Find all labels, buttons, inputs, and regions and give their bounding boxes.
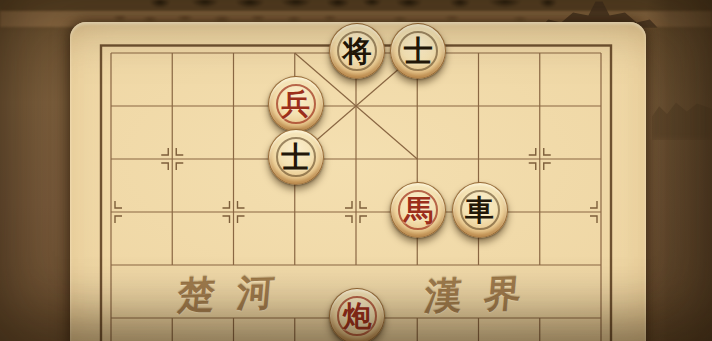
xiangqi-game-screen: 楚河 漢界 将士兵士馬車炮 (0, 0, 712, 341)
piece-char: 馬 (391, 183, 445, 237)
river-label-right: 漢界 (423, 268, 546, 322)
piece-red-soldier[interactable]: 兵 (268, 76, 324, 132)
piece-char: 炮 (330, 289, 384, 341)
piece-black-advisor-2[interactable]: 士 (268, 129, 324, 185)
piece-red-horse[interactable]: 馬 (390, 182, 446, 238)
piece-red-cannon[interactable]: 炮 (329, 288, 385, 341)
piece-char: 車 (453, 183, 507, 237)
piece-char: 兵 (269, 77, 323, 131)
piece-char: 士 (391, 24, 445, 78)
piece-black-general[interactable]: 将 (329, 23, 385, 79)
river-label-left: 楚河 (176, 267, 299, 321)
piece-char: 将 (330, 24, 384, 78)
piece-char: 士 (269, 130, 323, 184)
piece-black-advisor-1[interactable]: 士 (390, 23, 446, 79)
piece-black-chariot[interactable]: 車 (452, 182, 508, 238)
